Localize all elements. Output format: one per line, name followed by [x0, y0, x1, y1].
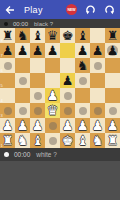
square-a2[interactable]: ♟2	[0, 118, 15, 133]
square-c5[interactable]	[30, 73, 45, 88]
square-e1[interactable]: ♚	[60, 133, 75, 148]
redo-icon[interactable]	[104, 4, 115, 15]
new-badge-label: NEW	[67, 8, 75, 12]
piece-white-pawn: ♟	[45, 88, 60, 103]
square-d2[interactable]	[45, 118, 60, 133]
piece-black-pawn: ♟	[30, 43, 45, 58]
square-d1[interactable]	[45, 133, 60, 148]
square-e3[interactable]	[60, 103, 75, 118]
piece-white-pawn: ♟	[105, 118, 120, 133]
square-d4[interactable]: ♟	[45, 88, 60, 103]
square-g7[interactable]: ♟	[90, 43, 105, 58]
piece-black-knight: ♞	[15, 28, 30, 43]
square-f8[interactable]: ♝	[75, 28, 90, 43]
piece-white-rook: ♜	[105, 133, 120, 148]
square-d3[interactable]: ♛	[45, 103, 60, 118]
piece-black-knight: ♞	[75, 58, 90, 73]
piece-black-rook: ♜	[105, 28, 120, 43]
square-h4[interactable]	[105, 88, 120, 103]
legal-move-dot	[94, 62, 102, 70]
square-b8[interactable]: ♞	[15, 28, 30, 43]
chess-app-screen: Play NEW 00:00 black ? ♜8♞♝♛♚♝♜♟7♟♟♟♟♟♟6…	[0, 0, 120, 200]
square-a3[interactable]: 3	[0, 103, 15, 118]
piece-white-pawn: ♟	[60, 118, 75, 133]
square-f5[interactable]	[75, 73, 90, 88]
square-f7[interactable]: ♟	[75, 43, 90, 58]
piece-white-pawn: ♟	[90, 118, 105, 133]
new-badge[interactable]: NEW	[66, 4, 77, 15]
piece-white-king: ♚	[60, 133, 75, 148]
piece-black-pawn: ♟	[45, 43, 60, 58]
white-clock: 00:00	[14, 151, 30, 158]
square-c4[interactable]	[30, 88, 45, 103]
square-c1[interactable]: ♝	[30, 133, 45, 148]
bottom-panel	[0, 161, 120, 200]
square-d8[interactable]: ♛	[45, 28, 60, 43]
square-f4[interactable]	[75, 88, 90, 103]
black-player-bar: 00:00 black ?	[0, 19, 120, 28]
square-c2[interactable]: ♟	[30, 118, 45, 133]
legal-move-dot	[19, 77, 27, 85]
square-g5[interactable]	[90, 73, 105, 88]
piece-white-pawn: ♟	[30, 118, 45, 133]
square-a4[interactable]: 4	[0, 88, 15, 103]
square-g4[interactable]	[90, 88, 105, 103]
legal-move-dot	[34, 107, 42, 115]
square-a1[interactable]: ♜1	[0, 133, 15, 148]
square-a8[interactable]: ♜8	[0, 28, 15, 43]
legal-move-dot	[4, 62, 12, 70]
piece-black-pawn: ♟	[60, 73, 75, 88]
piece-white-knight: ♞	[15, 133, 30, 148]
legal-move-dot	[49, 122, 57, 130]
piece-white-knight: ♞	[90, 133, 105, 148]
piece-white-queen: ♛	[45, 103, 60, 118]
capture-move-dot	[107, 45, 118, 56]
square-b1[interactable]: ♞	[15, 133, 30, 148]
piece-black-king: ♚	[60, 28, 75, 43]
black-color-dot	[4, 22, 8, 26]
square-e6[interactable]	[60, 58, 75, 73]
back-arrow-icon[interactable]	[5, 5, 15, 15]
square-f2[interactable]: ♟	[75, 118, 90, 133]
piece-white-bishop: ♝	[30, 133, 45, 148]
square-f3[interactable]	[75, 103, 90, 118]
square-a6[interactable]: 6	[0, 58, 15, 73]
square-d7[interactable]: ♟	[45, 43, 60, 58]
piece-black-bishop: ♝	[75, 28, 90, 43]
black-clock: 00:00	[13, 21, 28, 27]
square-g3[interactable]	[90, 103, 105, 118]
legal-move-dot	[34, 92, 42, 100]
page-title: Play	[24, 5, 43, 15]
square-c3[interactable]	[30, 103, 45, 118]
legal-move-dot	[4, 107, 12, 115]
square-h6[interactable]	[105, 58, 120, 73]
legal-move-dot	[79, 107, 87, 115]
square-c8[interactable]: ♝	[30, 28, 45, 43]
app-bar: Play NEW	[0, 0, 120, 19]
legal-move-dot	[79, 77, 87, 85]
legal-move-dot	[19, 107, 27, 115]
chess-board[interactable]: ♜8♞♝♛♚♝♜♟7♟♟♟♟♟♟6♞5♟4♟3♛♟2♟♟♟♟♟♟♜1♞♝♚♝♞♜	[0, 28, 120, 148]
piece-black-pawn: ♟	[75, 43, 90, 58]
square-b7[interactable]: ♟	[15, 43, 30, 58]
square-b3[interactable]	[15, 103, 30, 118]
square-h2[interactable]: ♟	[105, 118, 120, 133]
square-c6[interactable]	[30, 58, 45, 73]
white-player-bar: 00:00 white ?	[0, 148, 120, 161]
square-g8[interactable]	[90, 28, 105, 43]
legal-move-dot	[64, 92, 72, 100]
white-color-dot	[4, 152, 9, 157]
legal-move-dot	[94, 107, 102, 115]
square-h3[interactable]	[105, 103, 120, 118]
square-g2[interactable]: ♟	[90, 118, 105, 133]
black-player-name: black ?	[34, 21, 53, 27]
piece-black-queen: ♛	[45, 28, 60, 43]
square-h5[interactable]	[105, 73, 120, 88]
piece-black-bishop: ♝	[30, 28, 45, 43]
square-b4[interactable]	[15, 88, 30, 103]
square-b5[interactable]	[15, 73, 30, 88]
square-e5[interactable]: ♟	[60, 73, 75, 88]
square-h1[interactable]: ♜	[105, 133, 120, 148]
square-e7[interactable]	[60, 43, 75, 58]
square-e2[interactable]: ♟	[60, 118, 75, 133]
undo-icon[interactable]	[85, 4, 96, 15]
square-d6[interactable]	[45, 58, 60, 73]
legal-move-dot	[109, 107, 117, 115]
rank-label: 1	[1, 144, 3, 148]
piece-white-pawn: ♟	[75, 118, 90, 133]
square-f1[interactable]: ♝	[75, 133, 90, 148]
square-c7[interactable]: ♟	[30, 43, 45, 58]
piece-white-pawn: ♟	[15, 118, 30, 133]
legal-move-dot	[49, 137, 57, 145]
square-b2[interactable]: ♟	[15, 118, 30, 133]
square-g6[interactable]	[90, 58, 105, 73]
square-e4[interactable]	[60, 88, 75, 103]
square-a7[interactable]: ♟7	[0, 43, 15, 58]
square-h8[interactable]: ♜	[105, 28, 120, 43]
legal-move-dot	[64, 107, 72, 115]
square-a5[interactable]: 5	[0, 73, 15, 88]
square-d5[interactable]	[45, 73, 60, 88]
square-b6[interactable]	[15, 58, 30, 73]
square-g1[interactable]: ♞	[90, 133, 105, 148]
piece-black-pawn: ♟	[15, 43, 30, 58]
piece-black-pawn: ♟	[90, 43, 105, 58]
white-player-name: white ?	[36, 151, 57, 158]
square-f6[interactable]: ♞	[75, 58, 90, 73]
square-e8[interactable]: ♚	[60, 28, 75, 43]
square-h7[interactable]: ♟	[105, 43, 120, 58]
piece-white-bishop: ♝	[75, 133, 90, 148]
